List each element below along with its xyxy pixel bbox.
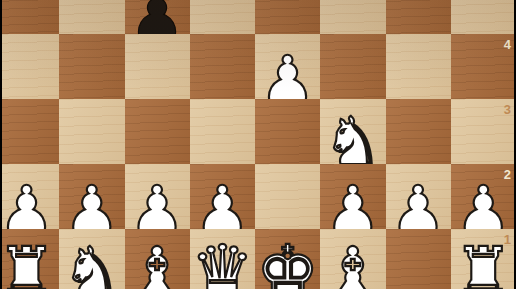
square-c4[interactable] [125,34,190,99]
square-d2[interactable]: ♟ [190,164,255,229]
square-h3[interactable]: 3 [451,99,516,164]
square-c2[interactable]: ♟ [125,164,190,229]
square-a1[interactable]: ♜ [0,229,59,289]
square-d3[interactable] [190,99,255,164]
square-h4[interactable]: 4 [451,34,516,99]
square-g2[interactable]: ♟ [386,164,451,229]
white-knight[interactable]: ♞ [62,239,121,289]
square-g1[interactable] [386,229,451,289]
square-f4[interactable] [320,34,385,99]
white-bishop[interactable]: ♝ [323,239,382,289]
square-d4[interactable] [190,34,255,99]
square-e1[interactable]: ♚ [255,229,320,289]
square-d5[interactable] [190,0,255,34]
square-d1[interactable]: ♛ [190,229,255,289]
square-f2[interactable]: ♟ [320,164,385,229]
white-rook[interactable]: ♜ [0,239,56,289]
square-h5[interactable] [451,0,516,34]
square-f3[interactable]: ♞ [320,99,385,164]
square-f1[interactable]: ♝ [320,229,385,289]
square-c1[interactable]: ♝ [125,229,190,289]
square-a3[interactable] [0,99,59,164]
rank-label-1: 1 [504,233,511,246]
square-b2[interactable]: ♟ [59,164,124,229]
white-king[interactable]: ♚ [256,236,319,289]
square-h2[interactable]: ♟2 [451,164,516,229]
square-c3[interactable] [125,99,190,164]
square-a5[interactable] [0,0,59,34]
rank-label-3: 3 [504,103,511,116]
square-e3[interactable] [255,99,320,164]
square-e2[interactable] [255,164,320,229]
square-a2[interactable]: ♟ [0,164,59,229]
chess-app-viewport: ♟♟4♞3♟♟♟♟♟♟♟2♜♞♝♛♚♝♜1 [0,0,516,289]
square-b1[interactable]: ♞ [59,229,124,289]
rank-label-2: 2 [504,168,511,181]
square-g4[interactable] [386,34,451,99]
square-a4[interactable] [0,34,59,99]
square-h1[interactable]: ♜1 [451,229,516,289]
square-g5[interactable] [386,0,451,34]
square-c5[interactable]: ♟ [125,0,190,34]
rank-label-4: 4 [504,38,511,51]
square-f5[interactable] [320,0,385,34]
white-bishop[interactable]: ♝ [128,239,187,289]
letterbox-left-bar [0,0,2,289]
square-b3[interactable] [59,99,124,164]
square-g3[interactable] [386,99,451,164]
square-e5[interactable] [255,0,320,34]
square-b4[interactable] [59,34,124,99]
square-b5[interactable] [59,0,124,34]
white-queen[interactable]: ♛ [191,236,254,289]
chess-board: ♟♟4♞3♟♟♟♟♟♟♟2♜♞♝♛♚♝♜1 [0,0,516,289]
square-e4[interactable]: ♟ [255,34,320,99]
